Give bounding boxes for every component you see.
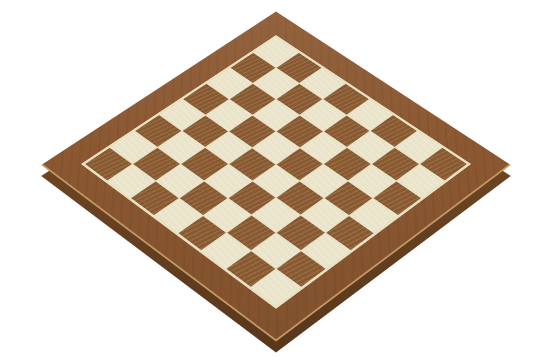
board-grid bbox=[85, 38, 467, 306]
inlay-pinstripe bbox=[81, 35, 471, 309]
chessboard bbox=[41, 11, 511, 341]
product-photo bbox=[0, 0, 544, 362]
